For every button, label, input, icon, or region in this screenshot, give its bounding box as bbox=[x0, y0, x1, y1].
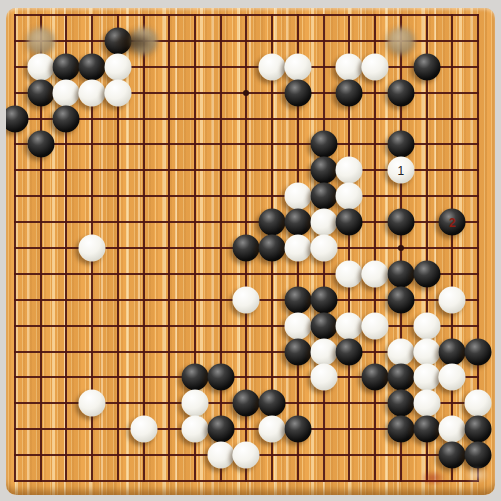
stone-white bbox=[362, 53, 389, 80]
stone-black bbox=[464, 338, 491, 365]
stone-white bbox=[413, 364, 440, 391]
stone-black bbox=[387, 260, 414, 287]
move-number-label: 1 bbox=[397, 164, 404, 176]
stone-white bbox=[336, 183, 363, 210]
stone-black bbox=[27, 79, 54, 106]
move-number-label: 2 bbox=[449, 216, 456, 228]
stone-black bbox=[413, 53, 440, 80]
stone-black bbox=[464, 442, 491, 469]
stone-black bbox=[387, 364, 414, 391]
stone-black bbox=[259, 390, 286, 417]
stone-black bbox=[336, 209, 363, 236]
stone-black bbox=[336, 338, 363, 365]
stone-white bbox=[259, 53, 286, 80]
go-board[interactable]: 12 bbox=[6, 8, 495, 495]
stone-white bbox=[284, 53, 311, 80]
stone-black bbox=[387, 390, 414, 417]
stone-white bbox=[284, 312, 311, 339]
stone-white bbox=[439, 364, 466, 391]
stone-black bbox=[439, 338, 466, 365]
stone-white bbox=[413, 338, 440, 365]
stone-black bbox=[284, 338, 311, 365]
stone-white bbox=[336, 157, 363, 184]
stone-black bbox=[413, 416, 440, 443]
stone-black bbox=[53, 105, 80, 132]
stone-white: 1 bbox=[387, 157, 414, 184]
stone-black bbox=[439, 442, 466, 469]
stone-black bbox=[310, 157, 337, 184]
stone-black bbox=[284, 209, 311, 236]
stone-white bbox=[284, 183, 311, 210]
stone-black bbox=[284, 416, 311, 443]
blurred-stone bbox=[387, 27, 414, 54]
grid-line-horizontal bbox=[14, 480, 479, 482]
stone-white bbox=[259, 416, 286, 443]
stone-white bbox=[130, 416, 157, 443]
stone-black bbox=[387, 209, 414, 236]
stone-white bbox=[336, 53, 363, 80]
stone-white bbox=[439, 286, 466, 313]
stone-black bbox=[284, 79, 311, 106]
grid-line-vertical bbox=[451, 14, 453, 482]
star-point bbox=[243, 90, 249, 96]
screenshot-root: { "game": "go", "board": { "size": 19, "… bbox=[0, 0, 501, 501]
stone-black bbox=[233, 235, 260, 262]
stone-white bbox=[362, 260, 389, 287]
stone-white bbox=[233, 286, 260, 313]
stone-white bbox=[104, 79, 131, 106]
stone-black bbox=[387, 79, 414, 106]
stone-white bbox=[310, 338, 337, 365]
grid-line-horizontal bbox=[14, 325, 479, 327]
stone-white bbox=[336, 260, 363, 287]
light-watermark-smudge bbox=[464, 466, 490, 484]
stone-white bbox=[310, 235, 337, 262]
motion-blur-smear bbox=[116, 35, 150, 50]
stone-white bbox=[387, 338, 414, 365]
stone-white bbox=[182, 416, 209, 443]
grid-line-vertical bbox=[374, 14, 376, 482]
stone-black bbox=[310, 286, 337, 313]
star-point bbox=[398, 245, 404, 251]
stone-white bbox=[233, 442, 260, 469]
stone-white bbox=[413, 312, 440, 339]
red-watermark-smudge bbox=[420, 470, 446, 486]
stone-black bbox=[464, 416, 491, 443]
stone-white bbox=[336, 312, 363, 339]
stone-white bbox=[284, 235, 311, 262]
stone-black bbox=[207, 416, 234, 443]
stone-black bbox=[259, 235, 286, 262]
stone-black: 2 bbox=[439, 209, 466, 236]
stone-white bbox=[53, 79, 80, 106]
stone-black bbox=[259, 209, 286, 236]
stone-black bbox=[233, 390, 260, 417]
stone-white bbox=[27, 53, 54, 80]
stone-white bbox=[104, 53, 131, 80]
blurred-stone bbox=[27, 27, 54, 54]
stone-white bbox=[310, 364, 337, 391]
stone-white bbox=[79, 235, 106, 262]
stone-black bbox=[310, 131, 337, 158]
stone-black bbox=[413, 260, 440, 287]
stone-black bbox=[182, 364, 209, 391]
stone-black bbox=[387, 286, 414, 313]
stone-black bbox=[79, 53, 106, 80]
stone-black bbox=[387, 131, 414, 158]
stone-white bbox=[413, 390, 440, 417]
stone-white bbox=[79, 79, 106, 106]
stone-black bbox=[310, 183, 337, 210]
stone-white bbox=[207, 442, 234, 469]
stone-black bbox=[207, 364, 234, 391]
stone-black bbox=[362, 364, 389, 391]
stone-white bbox=[362, 312, 389, 339]
stone-black bbox=[336, 79, 363, 106]
stone-black bbox=[27, 131, 54, 158]
stone-black bbox=[53, 53, 80, 80]
stone-black bbox=[284, 286, 311, 313]
stone-black bbox=[310, 312, 337, 339]
stone-white bbox=[439, 416, 466, 443]
stone-black bbox=[387, 416, 414, 443]
stone-white bbox=[182, 390, 209, 417]
stone-black bbox=[6, 105, 29, 132]
stone-white bbox=[310, 209, 337, 236]
stone-white bbox=[464, 390, 491, 417]
stone-white bbox=[79, 390, 106, 417]
